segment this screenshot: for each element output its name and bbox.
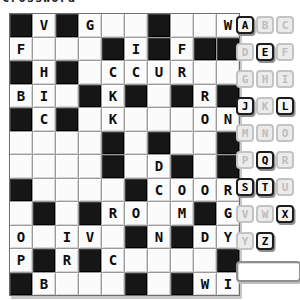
empty-cell[interactable] (56, 202, 78, 225)
crossword-board: VGWFIFHCCURBIKRCKONDCOORROMGOIVNDYPRCBWI (9, 13, 240, 296)
black-cell (79, 249, 101, 272)
letter-cell[interactable]: V (33, 14, 55, 37)
black-cell (102, 132, 124, 155)
empty-cell[interactable] (79, 155, 101, 178)
letter-cell[interactable]: B (10, 85, 32, 108)
black-cell (125, 179, 147, 202)
letter-key-M[interactable]: M (236, 124, 254, 142)
empty-cell[interactable] (79, 179, 101, 202)
empty-cell[interactable] (194, 61, 216, 84)
empty-cell[interactable] (10, 132, 32, 155)
empty-cell[interactable] (125, 132, 147, 155)
empty-cell[interactable] (79, 38, 101, 61)
letter-key-X[interactable]: X (276, 205, 294, 223)
letter-cell[interactable]: D (194, 226, 216, 249)
letter-key-Q[interactable]: Q (256, 151, 274, 169)
letter-cell[interactable]: R (194, 85, 216, 108)
letter-key-F[interactable]: F (276, 43, 294, 61)
empty-cell[interactable] (79, 132, 101, 155)
letter-cell[interactable]: V (79, 226, 101, 249)
empty-cell[interactable] (56, 132, 78, 155)
empty-cell[interactable] (194, 155, 216, 178)
letter-cell[interactable]: R (56, 249, 78, 272)
black-cell (56, 61, 78, 84)
letter-key-B[interactable]: B (256, 16, 274, 34)
top-right-clipped-text (254, 0, 288, 3)
black-cell (171, 85, 193, 108)
letter-cell[interactable]: B (33, 273, 55, 296)
black-cell (171, 226, 193, 249)
letter-cell[interactable]: R (102, 202, 124, 225)
letter-key-S[interactable]: S (236, 178, 254, 196)
letter-cell[interactable]: N (148, 226, 170, 249)
letter-cell[interactable]: G (79, 14, 101, 37)
black-cell (33, 249, 55, 272)
empty-cell[interactable] (148, 108, 170, 131)
letter-cell[interactable]: F (171, 38, 193, 61)
empty-cell[interactable] (56, 38, 78, 61)
letter-key-H[interactable]: H (256, 70, 274, 88)
empty-cell[interactable] (56, 273, 78, 296)
black-cell (10, 179, 32, 202)
black-cell (10, 14, 32, 37)
empty-cell[interactable] (79, 273, 101, 296)
empty-cell[interactable] (33, 38, 55, 61)
page-title-clipped: Crossword (2, 0, 112, 5)
empty-cell[interactable] (56, 179, 78, 202)
empty-cell[interactable] (102, 14, 124, 37)
empty-cell[interactable] (33, 155, 55, 178)
black-cell (56, 14, 78, 37)
letter-cell[interactable]: O (194, 108, 216, 131)
black-cell (148, 14, 170, 37)
letter-key-Y[interactable]: Y (236, 232, 254, 250)
black-cell (33, 202, 55, 225)
letter-cell[interactable]: H (33, 61, 55, 84)
empty-cell[interactable] (125, 155, 147, 178)
black-cell (10, 108, 32, 131)
letter-key-J[interactable]: J (236, 97, 254, 115)
empty-cell[interactable] (102, 179, 124, 202)
letter-key-W[interactable]: W (256, 205, 274, 223)
letter-cell[interactable]: F (10, 38, 32, 61)
letter-cell[interactable]: C (102, 249, 124, 272)
black-cell (102, 38, 124, 61)
letter-key-Z[interactable]: Z (256, 232, 274, 250)
empty-cell[interactable] (171, 249, 193, 272)
letter-key-L[interactable]: L (276, 97, 294, 115)
letter-cell[interactable]: I (56, 226, 78, 249)
letter-key-N[interactable]: N (256, 124, 274, 142)
empty-cell[interactable] (56, 155, 78, 178)
black-cell (194, 202, 216, 225)
black-cell (10, 273, 32, 296)
letter-key-I[interactable]: I (276, 70, 294, 88)
empty-cell[interactable] (194, 249, 216, 272)
letter-cell[interactable]: I (33, 85, 55, 108)
letter-cell[interactable]: C (33, 108, 55, 131)
letter-cell[interactable]: O (10, 226, 32, 249)
empty-cell[interactable] (148, 273, 170, 296)
crossword-app: Crossword VGWFIFHCCURBIKRCKONDCOORROMGOI… (0, 0, 300, 300)
letter-cell[interactable]: M (171, 202, 193, 225)
letter-cell[interactable]: O (171, 179, 193, 202)
answer-entry-input[interactable] (236, 261, 300, 282)
empty-cell[interactable] (33, 179, 55, 202)
black-cell (56, 108, 78, 131)
letter-key-R[interactable]: R (276, 151, 294, 169)
empty-cell[interactable] (148, 85, 170, 108)
empty-cell[interactable] (171, 132, 193, 155)
empty-cell[interactable] (171, 108, 193, 131)
empty-cell[interactable] (148, 202, 170, 225)
letter-key-O[interactable]: O (276, 124, 294, 142)
letter-cell[interactable]: I (125, 38, 147, 61)
black-cell (171, 273, 193, 296)
empty-cell[interactable] (148, 249, 170, 272)
letter-cell[interactable]: C (125, 61, 147, 84)
letter-key-G[interactable]: G (236, 70, 254, 88)
letter-key-P[interactable]: P (236, 151, 254, 169)
letter-key-K[interactable]: K (256, 97, 274, 115)
empty-cell[interactable] (125, 249, 147, 272)
black-cell (10, 61, 32, 84)
letter-cell[interactable]: U (148, 61, 170, 84)
black-cell (148, 38, 170, 61)
empty-cell[interactable] (33, 132, 55, 155)
black-cell (79, 85, 101, 108)
empty-cell[interactable] (125, 14, 147, 37)
letter-cell[interactable]: W (194, 273, 216, 296)
empty-cell[interactable] (33, 226, 55, 249)
empty-cell[interactable] (194, 14, 216, 37)
black-cell (125, 85, 147, 108)
letter-cell[interactable]: C (102, 61, 124, 84)
empty-cell[interactable] (125, 108, 147, 131)
black-cell (125, 273, 147, 296)
empty-cell[interactable] (10, 155, 32, 178)
letter-cell[interactable]: O (125, 202, 147, 225)
empty-cell[interactable] (102, 226, 124, 249)
black-cell (125, 226, 147, 249)
letter-key-D[interactable]: D (236, 43, 254, 61)
letter-cell[interactable]: K (102, 85, 124, 108)
letter-key-E[interactable]: E (256, 43, 274, 61)
letter-cell[interactable]: D (148, 155, 170, 178)
empty-cell[interactable] (171, 14, 193, 37)
letter-cell[interactable]: K (102, 108, 124, 131)
black-cell (79, 202, 101, 225)
letter-cell[interactable]: R (171, 61, 193, 84)
black-cell (194, 38, 216, 61)
black-cell (148, 132, 170, 155)
empty-cell[interactable] (79, 61, 101, 84)
black-cell (171, 155, 193, 178)
letter-key-U[interactable]: U (276, 178, 294, 196)
page-title: Crossword (2, 0, 76, 5)
empty-cell[interactable] (79, 108, 101, 131)
letter-key-A[interactable]: A (236, 16, 254, 34)
letter-key-V[interactable]: V (236, 205, 254, 223)
letter-key-T[interactable]: T (256, 178, 274, 196)
letter-keyboard: ABCDEFGHIJKLMNOPQRSTUVWXYZ (236, 16, 294, 250)
empty-cell[interactable] (194, 132, 216, 155)
letter-key-C[interactable]: C (276, 16, 294, 34)
letter-cell[interactable]: P (10, 249, 32, 272)
empty-cell[interactable] (10, 202, 32, 225)
empty-cell[interactable] (56, 85, 78, 108)
empty-cell[interactable] (102, 273, 124, 296)
letter-cell[interactable]: C (148, 179, 170, 202)
black-cell (102, 155, 124, 178)
letter-cell[interactable]: O (194, 179, 216, 202)
